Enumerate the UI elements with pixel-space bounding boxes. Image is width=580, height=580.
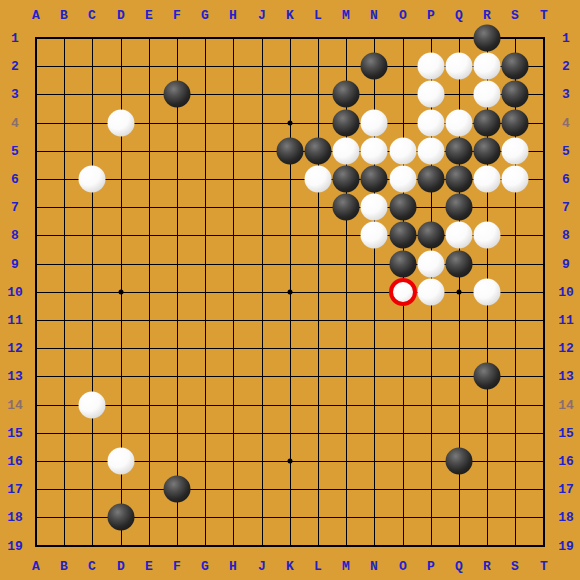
col-label-bottom-B: B: [60, 560, 68, 573]
stone-black-F17: [164, 476, 191, 503]
star-point-D10: [119, 290, 124, 295]
stone-black-Q7: [446, 194, 473, 221]
row-label-right-11: 11: [558, 314, 574, 327]
last-move-marker: [389, 278, 417, 306]
row-label-left-14: 14: [7, 399, 23, 412]
row-label-left-13: 13: [7, 370, 23, 383]
stone-black-R4: [474, 110, 501, 137]
row-label-right-18: 18: [558, 511, 574, 524]
stone-white-D16: [108, 448, 135, 475]
col-label-bottom-L: L: [314, 560, 322, 573]
row-label-right-15: 15: [558, 427, 574, 440]
stone-black-L5: [305, 138, 332, 165]
stone-black-K5: [277, 138, 304, 165]
stone-white-R10: [474, 279, 501, 306]
stone-black-Q16: [446, 448, 473, 475]
stone-black-M4: [333, 110, 360, 137]
stone-white-M5: [333, 138, 360, 165]
col-label-bottom-F: F: [173, 560, 181, 573]
col-label-top-H: H: [229, 9, 237, 22]
stone-white-D4: [108, 110, 135, 137]
grid-line-horizontal: [36, 489, 544, 490]
col-label-top-K: K: [286, 9, 294, 22]
star-point-K16: [288, 459, 293, 464]
stone-black-M7: [333, 194, 360, 221]
stone-black-N6: [361, 166, 388, 193]
grid-line-horizontal: [36, 433, 544, 434]
col-label-bottom-R: R: [483, 560, 491, 573]
stone-white-N8: [361, 222, 388, 249]
col-label-top-A: A: [32, 9, 40, 22]
col-label-top-S: S: [511, 9, 519, 22]
stone-white-L6: [305, 166, 332, 193]
col-label-top-D: D: [117, 9, 125, 22]
row-label-right-14: 14: [558, 399, 574, 412]
stone-white-R8: [474, 222, 501, 249]
col-label-top-Q: Q: [455, 9, 463, 22]
col-label-top-F: F: [173, 9, 181, 22]
row-label-right-17: 17: [558, 483, 574, 496]
stone-black-S3: [502, 81, 529, 108]
stone-black-D18: [108, 504, 135, 531]
stone-black-P6: [418, 166, 445, 193]
row-label-left-10: 10: [7, 286, 23, 299]
stone-black-O9: [390, 251, 417, 278]
col-label-bottom-D: D: [117, 560, 125, 573]
row-label-right-8: 8: [562, 229, 570, 242]
row-label-right-9: 9: [562, 258, 570, 271]
row-label-left-3: 3: [11, 88, 19, 101]
row-label-right-6: 6: [562, 173, 570, 186]
row-label-right-19: 19: [558, 540, 574, 553]
star-point-Q10: [457, 290, 462, 295]
row-label-right-10: 10: [558, 286, 574, 299]
go-board-screenshot: AABBCCDDEEFFGGHHJJKKLLMMNNOOPPQQRRSSTT11…: [0, 0, 580, 580]
col-label-top-B: B: [60, 9, 68, 22]
col-label-top-P: P: [427, 9, 435, 22]
grid-line-vertical: [318, 38, 319, 546]
col-label-bottom-H: H: [229, 560, 237, 573]
col-label-bottom-P: P: [427, 560, 435, 573]
row-label-left-18: 18: [7, 511, 23, 524]
row-label-left-6: 6: [11, 173, 19, 186]
stone-black-S2: [502, 53, 529, 80]
stone-white-P2: [418, 53, 445, 80]
col-label-top-T: T: [540, 9, 548, 22]
col-label-top-G: G: [201, 9, 209, 22]
grid-line-horizontal: [36, 320, 544, 321]
row-label-right-7: 7: [562, 201, 570, 214]
stone-white-N7: [361, 194, 388, 221]
col-label-bottom-M: M: [342, 560, 350, 573]
stone-black-F3: [164, 81, 191, 108]
col-label-bottom-J: J: [258, 560, 266, 573]
row-label-left-5: 5: [11, 145, 19, 158]
stone-white-R6: [474, 166, 501, 193]
col-label-top-M: M: [342, 9, 350, 22]
stone-black-M6: [333, 166, 360, 193]
stone-black-O8: [390, 222, 417, 249]
row-label-left-2: 2: [11, 60, 19, 73]
stone-white-S6: [502, 166, 529, 193]
col-label-bottom-C: C: [88, 560, 96, 573]
col-label-top-C: C: [88, 9, 96, 22]
stone-black-Q6: [446, 166, 473, 193]
col-label-bottom-T: T: [540, 560, 548, 573]
row-label-right-3: 3: [562, 88, 570, 101]
stone-white-N5: [361, 138, 388, 165]
stone-white-P4: [418, 110, 445, 137]
col-label-bottom-A: A: [32, 560, 40, 573]
col-label-top-E: E: [145, 9, 153, 22]
stone-black-Q9: [446, 251, 473, 278]
go-board[interactable]: AABBCCDDEEFFGGHHJJKKLLMMNNOOPPQQRRSSTT11…: [0, 0, 580, 580]
stone-black-N2: [361, 53, 388, 80]
row-label-left-15: 15: [7, 427, 23, 440]
row-label-right-2: 2: [562, 60, 570, 73]
stone-black-S4: [502, 110, 529, 137]
col-label-bottom-S: S: [511, 560, 519, 573]
stone-white-P10: [418, 279, 445, 306]
stone-white-P9: [418, 251, 445, 278]
stone-white-Q8: [446, 222, 473, 249]
col-label-bottom-K: K: [286, 560, 294, 573]
star-point-K4: [288, 121, 293, 126]
row-label-right-4: 4: [562, 117, 570, 130]
stone-white-O6: [390, 166, 417, 193]
row-label-left-4: 4: [11, 117, 19, 130]
stone-white-C6: [79, 166, 106, 193]
col-label-top-O: O: [399, 9, 407, 22]
row-label-left-7: 7: [11, 201, 19, 214]
stone-black-R13: [474, 363, 501, 390]
stone-black-R5: [474, 138, 501, 165]
col-label-top-N: N: [370, 9, 378, 22]
row-label-left-16: 16: [7, 455, 23, 468]
stone-white-N4: [361, 110, 388, 137]
stone-white-P3: [418, 81, 445, 108]
col-label-top-L: L: [314, 9, 322, 22]
col-label-bottom-O: O: [399, 560, 407, 573]
row-label-left-11: 11: [7, 314, 23, 327]
stone-black-Q5: [446, 138, 473, 165]
row-label-right-16: 16: [558, 455, 574, 468]
stone-white-Q4: [446, 110, 473, 137]
stone-black-P8: [418, 222, 445, 249]
col-label-top-R: R: [483, 9, 491, 22]
row-label-right-13: 13: [558, 370, 574, 383]
col-label-top-J: J: [258, 9, 266, 22]
stone-white-P5: [418, 138, 445, 165]
stone-black-M3: [333, 81, 360, 108]
col-label-bottom-G: G: [201, 560, 209, 573]
stone-white-Q2: [446, 53, 473, 80]
star-point-K10: [288, 290, 293, 295]
stone-white-S5: [502, 138, 529, 165]
stone-white-R3: [474, 81, 501, 108]
grid-line-horizontal: [36, 405, 544, 406]
stone-white-C14: [79, 392, 106, 419]
row-label-left-12: 12: [7, 342, 23, 355]
row-label-right-5: 5: [562, 145, 570, 158]
grid-line-horizontal: [36, 376, 544, 377]
row-label-left-1: 1: [11, 32, 19, 45]
col-label-bottom-N: N: [370, 560, 378, 573]
grid-line-horizontal: [36, 348, 544, 349]
stone-black-R1: [474, 25, 501, 52]
col-label-bottom-E: E: [145, 560, 153, 573]
row-label-right-12: 12: [558, 342, 574, 355]
stone-white-O5: [390, 138, 417, 165]
row-label-left-9: 9: [11, 258, 19, 271]
stone-black-O7: [390, 194, 417, 221]
row-label-left-8: 8: [11, 229, 19, 242]
stone-white-R2: [474, 53, 501, 80]
row-label-left-17: 17: [7, 483, 23, 496]
col-label-bottom-Q: Q: [455, 560, 463, 573]
row-label-right-1: 1: [562, 32, 570, 45]
row-label-left-19: 19: [7, 540, 23, 553]
